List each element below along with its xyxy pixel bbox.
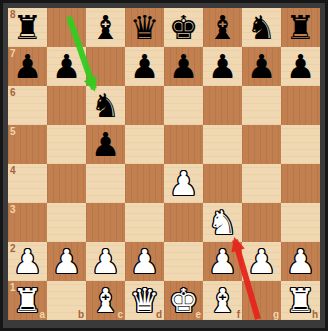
square-a4[interactable]: 4 xyxy=(8,164,47,203)
piece-white-king[interactable]: ♚ xyxy=(169,284,199,317)
piece-white-bishop[interactable]: ♝ xyxy=(91,284,121,317)
piece-black-king[interactable]: ♚ xyxy=(169,11,199,44)
square-g3[interactable] xyxy=(242,203,281,242)
square-b3[interactable] xyxy=(47,203,86,242)
square-e6[interactable] xyxy=(164,86,203,125)
square-c3[interactable] xyxy=(86,203,125,242)
piece-black-pawn[interactable]: ♟ xyxy=(13,50,43,83)
piece-white-bishop[interactable]: ♝ xyxy=(208,284,238,317)
square-h1[interactable]: h♜ xyxy=(281,281,320,320)
square-b1[interactable]: b xyxy=(47,281,86,320)
piece-white-rook[interactable]: ♜ xyxy=(13,284,43,317)
piece-white-queen[interactable]: ♛ xyxy=(130,284,160,317)
piece-white-pawn[interactable]: ♟ xyxy=(13,245,43,278)
square-a3[interactable]: 3 xyxy=(8,203,47,242)
piece-white-pawn[interactable]: ♟ xyxy=(52,245,82,278)
piece-black-bishop[interactable]: ♝ xyxy=(208,11,238,44)
square-c5[interactable]: ♟ xyxy=(86,125,125,164)
board-area: 8♜♝♛♚♝♞♜7♟♟♟♟♟♟♟6♞5♟4♟3♞2♟♟♟♟♟♟♟1a♜bc♝d♛… xyxy=(8,8,320,320)
square-a6[interactable]: 6 xyxy=(8,86,47,125)
square-d8[interactable]: ♛ xyxy=(125,8,164,47)
square-f1[interactable]: f♝ xyxy=(203,281,242,320)
square-f7[interactable]: ♟ xyxy=(203,47,242,86)
square-g4[interactable] xyxy=(242,164,281,203)
square-c8[interactable]: ♝ xyxy=(86,8,125,47)
square-d6[interactable] xyxy=(125,86,164,125)
piece-white-pawn[interactable]: ♟ xyxy=(169,167,199,200)
square-g8[interactable]: ♞ xyxy=(242,8,281,47)
piece-black-rook[interactable]: ♜ xyxy=(286,11,316,44)
square-h7[interactable]: ♟ xyxy=(281,47,320,86)
piece-black-pawn[interactable]: ♟ xyxy=(130,50,160,83)
piece-black-pawn[interactable]: ♟ xyxy=(52,50,82,83)
square-e3[interactable] xyxy=(164,203,203,242)
square-d2[interactable]: ♟ xyxy=(125,242,164,281)
piece-black-pawn[interactable]: ♟ xyxy=(286,50,316,83)
piece-white-pawn[interactable]: ♟ xyxy=(91,245,121,278)
square-h6[interactable] xyxy=(281,86,320,125)
file-label-b: b xyxy=(78,309,84,320)
square-b7[interactable]: ♟ xyxy=(47,47,86,86)
rank-label-3: 3 xyxy=(10,204,16,215)
rank-label-4: 4 xyxy=(10,165,16,176)
square-f4[interactable] xyxy=(203,164,242,203)
square-f2[interactable]: ♟ xyxy=(203,242,242,281)
piece-white-pawn[interactable]: ♟ xyxy=(247,245,277,278)
square-g7[interactable]: ♟ xyxy=(242,47,281,86)
square-f5[interactable] xyxy=(203,125,242,164)
square-c7[interactable] xyxy=(86,47,125,86)
square-c6[interactable]: ♞ xyxy=(86,86,125,125)
square-h8[interactable]: ♜ xyxy=(281,8,320,47)
square-b8[interactable] xyxy=(47,8,86,47)
square-a5[interactable]: 5 xyxy=(8,125,47,164)
square-e1[interactable]: e♚ xyxy=(164,281,203,320)
square-d1[interactable]: d♛ xyxy=(125,281,164,320)
square-e4[interactable]: ♟ xyxy=(164,164,203,203)
square-c1[interactable]: c♝ xyxy=(86,281,125,320)
rank-label-6: 6 xyxy=(10,87,16,98)
chess-app-window: 8♜♝♛♚♝♞♜7♟♟♟♟♟♟♟6♞5♟4♟3♞2♟♟♟♟♟♟♟1a♜bc♝d♛… xyxy=(0,0,328,331)
square-a2[interactable]: 2♟ xyxy=(8,242,47,281)
piece-black-pawn[interactable]: ♟ xyxy=(91,128,121,161)
piece-black-queen[interactable]: ♛ xyxy=(130,11,160,44)
square-g6[interactable] xyxy=(242,86,281,125)
square-b2[interactable]: ♟ xyxy=(47,242,86,281)
square-a7[interactable]: 7♟ xyxy=(8,47,47,86)
square-f6[interactable] xyxy=(203,86,242,125)
piece-black-rook[interactable]: ♜ xyxy=(13,11,43,44)
square-h2[interactable]: ♟ xyxy=(281,242,320,281)
piece-black-knight[interactable]: ♞ xyxy=(247,11,277,44)
piece-white-pawn[interactable]: ♟ xyxy=(286,245,316,278)
file-label-g: g xyxy=(273,309,279,320)
square-c2[interactable]: ♟ xyxy=(86,242,125,281)
square-a1[interactable]: 1a♜ xyxy=(8,281,47,320)
square-g1[interactable]: g xyxy=(242,281,281,320)
square-g2[interactable]: ♟ xyxy=(242,242,281,281)
piece-white-pawn[interactable]: ♟ xyxy=(130,245,160,278)
square-a8[interactable]: 8♜ xyxy=(8,8,47,47)
square-e8[interactable]: ♚ xyxy=(164,8,203,47)
square-d5[interactable] xyxy=(125,125,164,164)
square-d3[interactable] xyxy=(125,203,164,242)
square-e7[interactable]: ♟ xyxy=(164,47,203,86)
piece-black-knight[interactable]: ♞ xyxy=(91,89,121,122)
piece-white-knight[interactable]: ♞ xyxy=(208,206,238,239)
chess-board[interactable]: 8♜♝♛♚♝♞♜7♟♟♟♟♟♟♟6♞5♟4♟3♞2♟♟♟♟♟♟♟1a♜bc♝d♛… xyxy=(8,8,320,320)
square-d4[interactable] xyxy=(125,164,164,203)
square-e2[interactable] xyxy=(164,242,203,281)
piece-black-bishop[interactable]: ♝ xyxy=(91,11,121,44)
square-h5[interactable] xyxy=(281,125,320,164)
piece-white-rook[interactable]: ♜ xyxy=(286,284,316,317)
square-h3[interactable] xyxy=(281,203,320,242)
square-d7[interactable]: ♟ xyxy=(125,47,164,86)
square-b5[interactable] xyxy=(47,125,86,164)
rank-label-5: 5 xyxy=(10,126,16,137)
square-b4[interactable] xyxy=(47,164,86,203)
piece-black-pawn[interactable]: ♟ xyxy=(208,50,238,83)
piece-black-pawn[interactable]: ♟ xyxy=(169,50,199,83)
square-b6[interactable] xyxy=(47,86,86,125)
piece-black-pawn[interactable]: ♟ xyxy=(247,50,277,83)
piece-white-pawn[interactable]: ♟ xyxy=(208,245,238,278)
square-g5[interactable] xyxy=(242,125,281,164)
square-e5[interactable] xyxy=(164,125,203,164)
square-h4[interactable] xyxy=(281,164,320,203)
square-c4[interactable] xyxy=(86,164,125,203)
square-f3[interactable]: ♞ xyxy=(203,203,242,242)
square-f8[interactable]: ♝ xyxy=(203,8,242,47)
